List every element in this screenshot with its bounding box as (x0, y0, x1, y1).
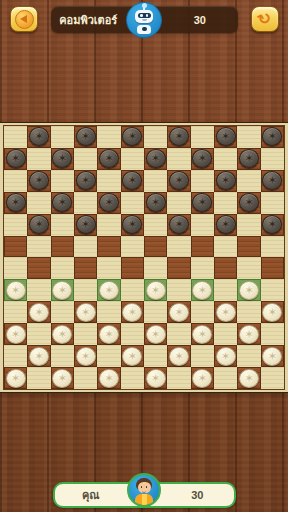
board-square[interactable] (97, 301, 120, 323)
piece-white[interactable]: ✶ (6, 325, 26, 344)
star-emboss-icon: ✶ (104, 197, 113, 208)
piece-white[interactable]: ✶ (6, 281, 26, 300)
opponent-piece-count: 30 (162, 14, 238, 26)
checkers-board[interactable]: ✶✶✶✶✶✶✶✶✶✶✶✶✶✶✶✶✶✶✶✶✶✶✶✶✶✶✶✶✶✶✶✶✶✶✶✶✶✶✶✶… (4, 126, 284, 389)
board-square[interactable]: ✶ (261, 214, 284, 236)
board-square[interactable] (74, 192, 97, 214)
board-square[interactable] (144, 170, 167, 192)
star-emboss-icon: ✶ (151, 329, 160, 340)
piece-black[interactable]: ✶ (146, 193, 166, 212)
board-square[interactable]: ✶ (214, 170, 237, 192)
piece-white[interactable]: ✶ (146, 325, 166, 344)
board-square[interactable] (51, 257, 74, 279)
board-square[interactable] (261, 367, 284, 389)
star-emboss-icon: ✶ (11, 285, 20, 296)
piece-white[interactable]: ✶ (216, 347, 236, 366)
board-square[interactable]: ✶ (144, 279, 167, 301)
board-square[interactable]: ✶ (121, 345, 144, 367)
board-square[interactable]: ✶ (4, 148, 27, 170)
board-square[interactable]: ✶ (214, 126, 237, 148)
board-square[interactable]: ✶ (4, 367, 27, 389)
piece-white[interactable]: ✶ (52, 281, 72, 300)
board-square[interactable] (4, 301, 27, 323)
board-square[interactable] (51, 170, 74, 192)
player-info-pill: คุณ 30 (53, 482, 236, 508)
board-square[interactable] (167, 279, 190, 301)
star-emboss-icon: ✶ (198, 329, 207, 340)
piece-black[interactable]: ✶ (216, 171, 236, 190)
piece-black[interactable]: ✶ (29, 215, 49, 234)
board-square[interactable]: ✶ (191, 148, 214, 170)
piece-white[interactable]: ✶ (262, 303, 282, 322)
star-emboss-icon: ✶ (128, 351, 137, 362)
star-emboss-icon: ✶ (104, 329, 113, 340)
board-square[interactable]: ✶ (237, 323, 260, 345)
star-emboss-icon: ✶ (221, 175, 230, 186)
board-square[interactable] (214, 148, 237, 170)
opponent-info-pill: คอมพิวเตอร์ 30 (51, 6, 238, 33)
piece-black[interactable]: ✶ (192, 149, 212, 168)
board-square[interactable]: ✶ (27, 345, 50, 367)
board-square[interactable] (167, 148, 190, 170)
board-square[interactable] (97, 170, 120, 192)
piece-white[interactable]: ✶ (52, 325, 72, 344)
board-square[interactable] (121, 192, 144, 214)
board-square[interactable]: ✶ (74, 170, 97, 192)
star-emboss-icon: ✶ (174, 351, 183, 362)
board-square[interactable] (237, 257, 260, 279)
board-square[interactable]: ✶ (237, 192, 260, 214)
piece-white[interactable]: ✶ (239, 281, 259, 300)
board-square[interactable]: ✶ (51, 323, 74, 345)
board-square[interactable] (144, 257, 167, 279)
board-square[interactable] (121, 257, 144, 279)
board-square[interactable] (51, 236, 74, 258)
robot-avatar-icon (126, 2, 162, 38)
board-square[interactable] (214, 236, 237, 258)
board-frame: ✶✶✶✶✶✶✶✶✶✶✶✶✶✶✶✶✶✶✶✶✶✶✶✶✶✶✶✶✶✶✶✶✶✶✶✶✶✶✶✶… (0, 123, 288, 392)
top-bar: คอมพิวเตอร์ 30 ↻ (0, 6, 288, 33)
board-square[interactable] (27, 323, 50, 345)
star-emboss-icon: ✶ (104, 153, 113, 164)
board-square[interactable] (167, 367, 190, 389)
board-square[interactable]: ✶ (97, 323, 120, 345)
piece-black[interactable]: ✶ (6, 149, 26, 168)
star-emboss-icon: ✶ (58, 153, 67, 164)
star-emboss-icon: ✶ (34, 131, 43, 142)
board-square[interactable]: ✶ (27, 214, 50, 236)
board-square[interactable]: ✶ (261, 301, 284, 323)
piece-white[interactable]: ✶ (76, 347, 96, 366)
board-square[interactable]: ✶ (167, 126, 190, 148)
board-square[interactable]: ✶ (27, 126, 50, 148)
piece-white[interactable]: ✶ (239, 369, 259, 388)
piece-white[interactable]: ✶ (29, 303, 49, 322)
piece-white[interactable]: ✶ (122, 347, 142, 366)
board-square[interactable] (97, 236, 120, 258)
board-square[interactable] (4, 236, 27, 258)
piece-white[interactable]: ✶ (169, 347, 189, 366)
star-emboss-icon: ✶ (151, 373, 160, 384)
board-square[interactable] (167, 323, 190, 345)
board-square[interactable] (214, 367, 237, 389)
board-square[interactable]: ✶ (51, 279, 74, 301)
board-square[interactable] (27, 192, 50, 214)
star-emboss-icon: ✶ (174, 175, 183, 186)
star-emboss-icon: ✶ (244, 153, 253, 164)
board-square[interactable] (167, 257, 190, 279)
board-square[interactable] (74, 323, 97, 345)
piece-black[interactable]: ✶ (29, 171, 49, 190)
board-square[interactable] (97, 126, 120, 148)
piece-black[interactable]: ✶ (122, 171, 142, 190)
board-square[interactable] (97, 257, 120, 279)
board-square[interactable]: ✶ (27, 301, 50, 323)
board-square[interactable] (237, 236, 260, 258)
board-square[interactable] (74, 257, 97, 279)
board-square[interactable]: ✶ (97, 192, 120, 214)
star-emboss-icon: ✶ (81, 219, 90, 230)
board-square[interactable]: ✶ (97, 367, 120, 389)
board-square[interactable] (191, 301, 214, 323)
piece-black[interactable]: ✶ (239, 149, 259, 168)
board-square[interactable] (261, 279, 284, 301)
undo-button[interactable]: ↻ (251, 6, 279, 32)
board-square[interactable]: ✶ (191, 279, 214, 301)
piece-black[interactable]: ✶ (216, 215, 236, 234)
board-square[interactable]: ✶ (74, 301, 97, 323)
board-square[interactable] (237, 170, 260, 192)
board-square[interactable] (74, 279, 97, 301)
board-square[interactable]: ✶ (4, 192, 27, 214)
bottom-bar: คุณ 30 (0, 482, 288, 508)
star-emboss-icon: ✶ (58, 373, 67, 384)
board-square[interactable]: ✶ (167, 170, 190, 192)
board-square[interactable] (214, 279, 237, 301)
star-emboss-icon: ✶ (34, 351, 43, 362)
piece-black[interactable]: ✶ (122, 127, 142, 146)
star-emboss-icon: ✶ (151, 285, 160, 296)
star-emboss-icon: ✶ (174, 307, 183, 318)
star-emboss-icon: ✶ (151, 153, 160, 164)
board-square[interactable] (74, 367, 97, 389)
board-square[interactable] (214, 257, 237, 279)
star-emboss-icon: ✶ (58, 285, 67, 296)
board-square[interactable]: ✶ (237, 148, 260, 170)
star-emboss-icon: ✶ (268, 131, 277, 142)
board-square[interactable]: ✶ (121, 170, 144, 192)
star-emboss-icon: ✶ (198, 153, 207, 164)
board-square[interactable] (4, 345, 27, 367)
board-square[interactable] (27, 367, 50, 389)
piece-black[interactable]: ✶ (99, 149, 119, 168)
player-piece-count: 30 (161, 489, 234, 501)
piece-black[interactable]: ✶ (122, 215, 142, 234)
star-emboss-icon: ✶ (11, 329, 20, 340)
piece-white[interactable]: ✶ (52, 369, 72, 388)
star-emboss-icon: ✶ (11, 197, 20, 208)
star-emboss-icon: ✶ (11, 373, 20, 384)
board-square[interactable] (191, 257, 214, 279)
board-square[interactable]: ✶ (97, 279, 120, 301)
board-square[interactable] (121, 279, 144, 301)
board-square[interactable]: ✶ (191, 192, 214, 214)
app-screen: คอมพิวเตอร์ 30 ↻ ✶✶✶✶✶✶✶✶✶✶✶✶✶✶✶✶✶✶✶✶✶✶✶… (0, 0, 288, 512)
star-emboss-icon: ✶ (11, 153, 20, 164)
board-square[interactable] (261, 148, 284, 170)
board-square[interactable]: ✶ (121, 126, 144, 148)
board-square[interactable]: ✶ (144, 367, 167, 389)
star-emboss-icon: ✶ (174, 219, 183, 230)
star-emboss-icon: ✶ (104, 373, 113, 384)
board-square[interactable]: ✶ (97, 148, 120, 170)
board-square[interactable] (74, 148, 97, 170)
star-emboss-icon: ✶ (34, 219, 43, 230)
piece-white[interactable]: ✶ (99, 325, 119, 344)
board-square[interactable]: ✶ (167, 214, 190, 236)
board-square[interactable] (191, 126, 214, 148)
board-square[interactable] (237, 345, 260, 367)
board-square[interactable] (144, 301, 167, 323)
board-square[interactable]: ✶ (74, 345, 97, 367)
piece-white[interactable]: ✶ (216, 303, 236, 322)
star-emboss-icon: ✶ (128, 131, 137, 142)
board-square[interactable] (4, 170, 27, 192)
star-emboss-icon: ✶ (104, 285, 113, 296)
board-square[interactable]: ✶ (191, 367, 214, 389)
board-square[interactable] (144, 345, 167, 367)
board-square[interactable]: ✶ (144, 323, 167, 345)
board-square[interactable] (214, 192, 237, 214)
board-square[interactable]: ✶ (4, 323, 27, 345)
star-emboss-icon: ✶ (221, 131, 230, 142)
star-emboss-icon: ✶ (244, 329, 253, 340)
star-emboss-icon: ✶ (268, 219, 277, 230)
board-square[interactable] (27, 279, 50, 301)
piece-black[interactable]: ✶ (29, 127, 49, 146)
board-square[interactable]: ✶ (74, 214, 97, 236)
board-square[interactable] (51, 214, 74, 236)
board-square[interactable] (27, 236, 50, 258)
board-square[interactable]: ✶ (144, 192, 167, 214)
back-arrow-icon (15, 10, 34, 29)
star-emboss-icon: ✶ (268, 351, 277, 362)
star-emboss-icon: ✶ (151, 197, 160, 208)
star-emboss-icon: ✶ (81, 351, 90, 362)
star-emboss-icon: ✶ (128, 175, 137, 186)
piece-black[interactable]: ✶ (146, 149, 166, 168)
board-square[interactable] (167, 236, 190, 258)
board-square[interactable]: ✶ (261, 126, 284, 148)
board-square[interactable] (191, 345, 214, 367)
piece-white[interactable]: ✶ (262, 347, 282, 366)
player-name: คุณ (55, 486, 128, 504)
star-emboss-icon: ✶ (128, 219, 137, 230)
board-square[interactable] (51, 126, 74, 148)
board-square[interactable]: ✶ (167, 301, 190, 323)
star-emboss-icon: ✶ (34, 307, 43, 318)
board-square[interactable] (27, 148, 50, 170)
board-square[interactable] (51, 301, 74, 323)
board-square[interactable]: ✶ (237, 367, 260, 389)
board-square[interactable] (191, 214, 214, 236)
board-square[interactable]: ✶ (51, 148, 74, 170)
piece-black[interactable]: ✶ (169, 215, 189, 234)
piece-black[interactable]: ✶ (216, 127, 236, 146)
boy-avatar-icon (127, 473, 161, 507)
board-square[interactable]: ✶ (191, 323, 214, 345)
board-square[interactable]: ✶ (214, 301, 237, 323)
piece-white[interactable]: ✶ (6, 369, 26, 388)
piece-black[interactable]: ✶ (192, 193, 212, 212)
undo-circular-arrow-icon: ↻ (255, 9, 275, 30)
board-square[interactable] (27, 257, 50, 279)
board-square[interactable]: ✶ (237, 279, 260, 301)
board-square[interactable] (121, 148, 144, 170)
board-square[interactable]: ✶ (121, 301, 144, 323)
piece-black[interactable]: ✶ (76, 127, 96, 146)
piece-black[interactable]: ✶ (262, 215, 282, 234)
star-emboss-icon: ✶ (198, 373, 207, 384)
piece-white[interactable]: ✶ (239, 325, 259, 344)
board-square[interactable] (4, 126, 27, 148)
board-square[interactable]: ✶ (51, 367, 74, 389)
star-emboss-icon: ✶ (198, 197, 207, 208)
board-square[interactable] (121, 323, 144, 345)
board-square[interactable] (261, 192, 284, 214)
board-square[interactable] (121, 367, 144, 389)
piece-black[interactable]: ✶ (262, 171, 282, 190)
star-emboss-icon: ✶ (268, 175, 277, 186)
board-square[interactable] (74, 236, 97, 258)
board-square[interactable]: ✶ (214, 345, 237, 367)
opponent-name: คอมพิวเตอร์ (51, 11, 127, 29)
board-square[interactable]: ✶ (51, 192, 74, 214)
star-emboss-icon: ✶ (81, 131, 90, 142)
piece-white[interactable]: ✶ (122, 303, 142, 322)
piece-white[interactable]: ✶ (29, 347, 49, 366)
star-emboss-icon: ✶ (174, 131, 183, 142)
board-square[interactable] (191, 170, 214, 192)
board-square[interactable] (121, 236, 144, 258)
star-emboss-icon: ✶ (268, 307, 277, 318)
star-emboss-icon: ✶ (198, 285, 207, 296)
piece-white[interactable]: ✶ (192, 281, 212, 300)
piece-white[interactable]: ✶ (99, 281, 119, 300)
piece-black[interactable]: ✶ (99, 193, 119, 212)
star-emboss-icon: ✶ (58, 197, 67, 208)
board-square[interactable]: ✶ (121, 214, 144, 236)
board-square[interactable] (261, 257, 284, 279)
board-square[interactable] (97, 214, 120, 236)
piece-black[interactable]: ✶ (239, 193, 259, 212)
board-square[interactable] (214, 323, 237, 345)
board-square[interactable] (237, 214, 260, 236)
piece-black[interactable]: ✶ (6, 193, 26, 212)
board-square[interactable]: ✶ (214, 214, 237, 236)
board-square[interactable]: ✶ (27, 170, 50, 192)
star-emboss-icon: ✶ (244, 197, 253, 208)
star-emboss-icon: ✶ (81, 175, 90, 186)
board-square[interactable] (237, 126, 260, 148)
piece-white[interactable]: ✶ (146, 281, 166, 300)
board-square[interactable] (261, 236, 284, 258)
board-square[interactable]: ✶ (167, 345, 190, 367)
board-square[interactable]: ✶ (261, 345, 284, 367)
board-square[interactable]: ✶ (144, 148, 167, 170)
star-emboss-icon: ✶ (221, 307, 230, 318)
board-square[interactable]: ✶ (261, 170, 284, 192)
piece-white[interactable]: ✶ (76, 303, 96, 322)
piece-white[interactable]: ✶ (169, 303, 189, 322)
star-emboss-icon: ✶ (244, 285, 253, 296)
piece-black[interactable]: ✶ (52, 149, 72, 168)
piece-black[interactable]: ✶ (52, 193, 72, 212)
board-square[interactable] (4, 214, 27, 236)
board-square[interactable] (97, 345, 120, 367)
star-emboss-icon: ✶ (34, 175, 43, 186)
back-button[interactable] (10, 6, 38, 32)
piece-black[interactable]: ✶ (169, 171, 189, 190)
board-square[interactable]: ✶ (4, 279, 27, 301)
board-square[interactable] (167, 192, 190, 214)
piece-white[interactable]: ✶ (146, 369, 166, 388)
board-square[interactable] (144, 236, 167, 258)
star-emboss-icon: ✶ (221, 219, 230, 230)
board-square[interactable] (237, 301, 260, 323)
star-emboss-icon: ✶ (128, 307, 137, 318)
star-emboss-icon: ✶ (244, 373, 253, 384)
piece-white[interactable]: ✶ (192, 369, 212, 388)
piece-black[interactable]: ✶ (262, 127, 282, 146)
board-square[interactable] (4, 257, 27, 279)
piece-black[interactable]: ✶ (169, 127, 189, 146)
star-emboss-icon: ✶ (81, 307, 90, 318)
board-square[interactable] (51, 345, 74, 367)
piece-black[interactable]: ✶ (76, 171, 96, 190)
board-square[interactable] (144, 126, 167, 148)
board-square[interactable] (191, 236, 214, 258)
piece-black[interactable]: ✶ (76, 215, 96, 234)
board-square[interactable]: ✶ (74, 126, 97, 148)
piece-white[interactable]: ✶ (99, 369, 119, 388)
piece-white[interactable]: ✶ (192, 325, 212, 344)
board-square[interactable] (261, 323, 284, 345)
star-emboss-icon: ✶ (221, 351, 230, 362)
star-emboss-icon: ✶ (58, 329, 67, 340)
board-square[interactable] (144, 214, 167, 236)
